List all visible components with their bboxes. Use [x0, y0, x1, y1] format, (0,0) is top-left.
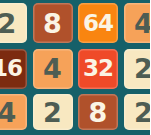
tile-2: 2 [33, 94, 73, 130]
tile-4: 4 [124, 3, 151, 43]
tile-64: 64 [78, 3, 118, 43]
tile-16: 16 [0, 49, 27, 89]
game-screen: 286441643224282 [0, 0, 150, 135]
tile-2: 2 [124, 49, 151, 89]
2048-board[interactable]: 286441643224282 [0, 3, 150, 130]
tile-32: 32 [78, 49, 118, 89]
tile-4: 4 [33, 49, 73, 89]
tile-8: 8 [33, 3, 73, 43]
tile-4: 4 [0, 94, 27, 130]
tile-8: 8 [78, 94, 118, 130]
tile-2: 2 [124, 94, 151, 130]
tile-2: 2 [0, 3, 27, 43]
